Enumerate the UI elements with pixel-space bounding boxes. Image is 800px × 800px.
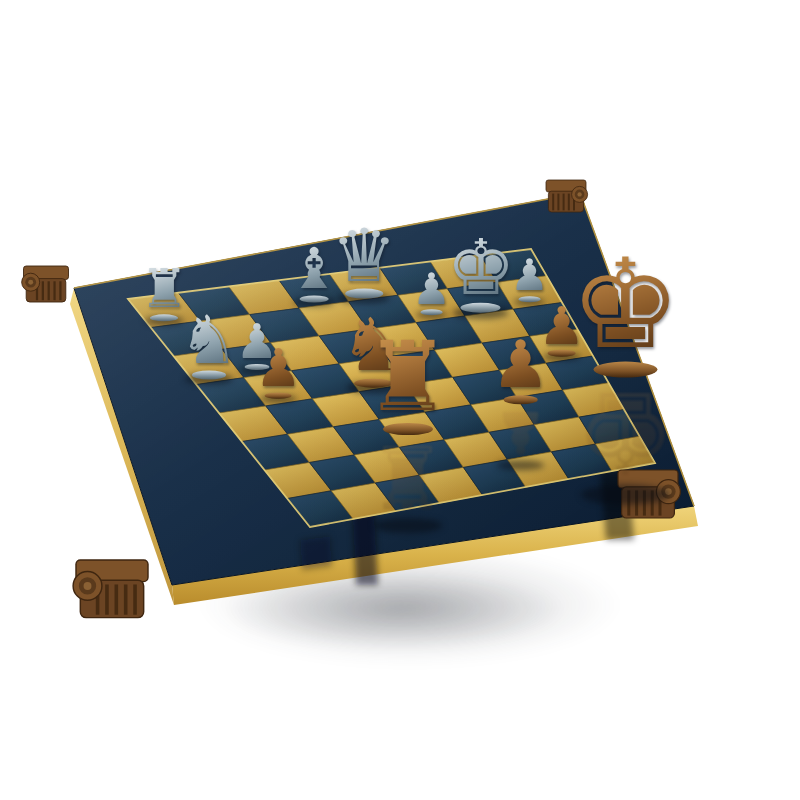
piece-glyph: ♟ bbox=[255, 342, 302, 394]
piece-pedestal bbox=[345, 289, 383, 299]
piece-pedestal bbox=[420, 310, 443, 316]
piece-glyph: ♟ bbox=[510, 255, 549, 298]
piece-bronze-pawn-b5[interactable]: ♟ bbox=[255, 342, 302, 399]
piece-pedestal bbox=[150, 314, 178, 321]
piece-silver-knight-a6[interactable]: ♞ bbox=[179, 306, 239, 379]
piece-glyph: ♟ bbox=[491, 332, 550, 397]
piece-reflection: ♟ bbox=[491, 403, 550, 462]
ionic-corner-foot-a1 bbox=[73, 560, 148, 618]
piece-reflection: ♜ bbox=[365, 433, 451, 519]
piece-bronze-king-h1[interactable]: ♚♚ bbox=[570, 242, 681, 487]
piece-glyph: ♞ bbox=[179, 306, 239, 373]
piece-glyph: ♚ bbox=[570, 242, 681, 366]
piece-silver-king-g7[interactable]: ♚ bbox=[446, 229, 515, 313]
piece-silver-queen-e8[interactable]: ♛ bbox=[331, 218, 397, 298]
product-photo-scene: ♜♝♛♞♟♟♚♟♟♞♟♟♟♜♜♚♚ bbox=[0, 0, 800, 800]
piece-glyph: ♛ bbox=[331, 218, 397, 291]
piece-bronze-rook-c1[interactable]: ♜♜ bbox=[365, 330, 451, 520]
piece-pedestal bbox=[299, 295, 328, 302]
piece-bronze-pawn-f2[interactable]: ♟♟ bbox=[491, 332, 550, 461]
piece-glyph: ♚ bbox=[446, 229, 515, 306]
piece-glyph: ♜ bbox=[365, 330, 451, 426]
ionic-corner-foot-h8 bbox=[546, 180, 588, 212]
piece-reflection: ♚ bbox=[570, 375, 681, 487]
ionic-corner-foot-a8 bbox=[22, 266, 69, 302]
